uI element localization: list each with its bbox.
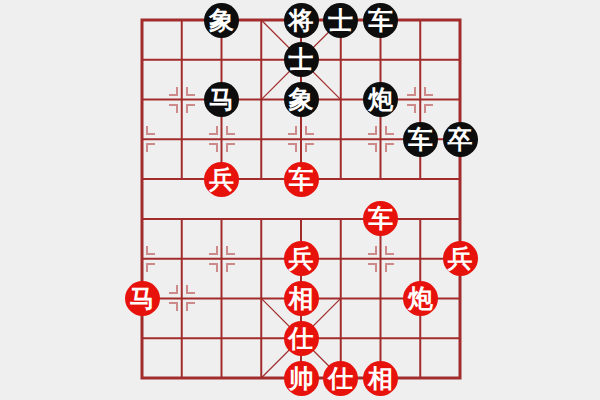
piece-red-elephant[interactable]: 相 [284, 281, 319, 316]
piece-black-advisor[interactable]: 士 [323, 3, 358, 38]
piece-black-chariot[interactable]: 车 [403, 122, 438, 157]
piece-black-advisor[interactable]: 士 [284, 42, 319, 77]
piece-black-chariot[interactable]: 车 [363, 3, 398, 38]
xiangqi-board[interactable]: 象将士车士马象炮车卒兵车车兵兵马相炮仕帅仕相 [142, 20, 460, 378]
piece-red-advisor[interactable]: 仕 [323, 361, 358, 396]
piece-black-elephant[interactable]: 象 [284, 82, 319, 117]
piece-red-chariot[interactable]: 车 [363, 201, 398, 236]
piece-black-elephant[interactable]: 象 [204, 3, 239, 38]
piece-red-general[interactable]: 帅 [284, 361, 319, 396]
piece-red-pawn[interactable]: 兵 [443, 241, 478, 276]
piece-red-advisor[interactable]: 仕 [284, 321, 319, 356]
piece-red-chariot[interactable]: 车 [284, 162, 319, 197]
piece-red-horse[interactable]: 马 [125, 281, 160, 316]
piece-black-pawn[interactable]: 卒 [443, 122, 478, 157]
piece-red-pawn[interactable]: 兵 [284, 241, 319, 276]
piece-red-cannon[interactable]: 炮 [403, 281, 438, 316]
piece-black-cannon[interactable]: 炮 [363, 82, 398, 117]
piece-red-pawn[interactable]: 兵 [204, 162, 239, 197]
piece-black-horse[interactable]: 马 [204, 82, 239, 117]
piece-red-elephant[interactable]: 相 [363, 361, 398, 396]
screenshot-root: 象将士车士马象炮车卒兵车车兵兵马相炮仕帅仕相 [0, 0, 600, 400]
piece-black-general[interactable]: 将 [284, 3, 319, 38]
